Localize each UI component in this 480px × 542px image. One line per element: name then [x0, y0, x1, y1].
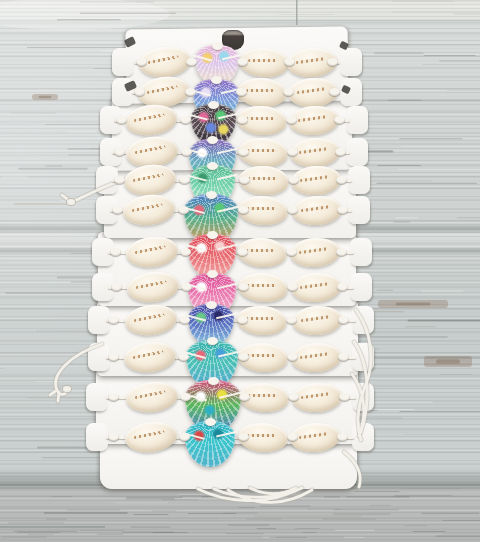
cord-knot: [108, 316, 119, 324]
cord-knot: [339, 393, 350, 401]
cord-knot: [134, 88, 145, 96]
scallop-tie-knot: [207, 270, 218, 278]
cowrie-aperture: [246, 88, 276, 91]
scallop-tie-knot: [205, 418, 216, 426]
scallop-tie-knot: [208, 377, 219, 385]
cord-strand: [187, 174, 207, 181]
cord-knot: [114, 148, 125, 156]
cord-knot: [284, 58, 295, 66]
cord-knot: [185, 88, 196, 96]
cord-knot: [181, 148, 192, 156]
scallop-tie-knot: [207, 231, 218, 239]
cord-knot: [287, 353, 298, 361]
cord-knot: [179, 316, 190, 324]
cord-knot: [111, 283, 122, 291]
cord-knot: [179, 433, 190, 441]
cord-knot: [329, 88, 340, 96]
cord-strand: [218, 112, 238, 118]
cord-knot: [288, 176, 299, 184]
cord-knot: [336, 248, 347, 256]
cord-knot: [237, 316, 248, 324]
cowrie-aperture: [247, 353, 277, 356]
cowrie-aperture: [134, 314, 165, 323]
cowrie-aperture: [295, 57, 325, 64]
cord-knot: [335, 148, 346, 156]
cord-knot: [287, 433, 298, 441]
cowrie-aperture: [298, 147, 328, 154]
cord-knot: [287, 283, 298, 291]
cord-strand: [216, 313, 236, 320]
cowrie-aperture: [298, 432, 328, 439]
scallop-tie-knot: [206, 191, 217, 199]
cord-knot: [112, 206, 123, 214]
card-tab: [352, 423, 374, 451]
scallop-tie-knot: [207, 337, 218, 345]
cord-knot: [338, 353, 349, 361]
cord-strand: [216, 431, 238, 438]
photo-scene: [0, 0, 480, 542]
cord-strand: [188, 113, 208, 120]
cord-knot: [287, 206, 298, 214]
cord-knot: [288, 393, 299, 401]
card-tab: [86, 383, 108, 411]
cowrie-aperture: [247, 206, 277, 209]
scallop-tie-knot: [208, 101, 219, 109]
cord-strand: [217, 244, 238, 251]
cowrie-aperture: [247, 433, 277, 436]
cord-knot: [237, 116, 248, 124]
cowrie-aperture: [246, 316, 276, 319]
cord-knot: [108, 353, 119, 361]
cord-knot: [238, 148, 249, 156]
cord-knot: [180, 393, 191, 401]
cord-strand: [217, 173, 237, 179]
scallop-tie-knot: [207, 162, 218, 170]
scallop-tie-knot: [211, 76, 222, 84]
cord-knot: [337, 433, 348, 441]
cowrie-aperture: [132, 204, 163, 213]
cord-knot: [239, 176, 250, 184]
cowrie-aperture: [134, 114, 165, 123]
cord-knot: [136, 58, 147, 66]
cord-knot: [108, 393, 119, 401]
cord-strand: [217, 283, 238, 290]
cord-knot: [237, 248, 248, 256]
cord-knot: [116, 116, 127, 124]
cowrie-aperture: [300, 392, 330, 399]
cord-knot: [236, 88, 247, 96]
cord-knot: [180, 248, 191, 256]
cord-knot: [238, 206, 249, 214]
cord-knot: [186, 58, 197, 66]
cowrie-aperture: [133, 351, 164, 360]
cord-knot: [114, 176, 125, 184]
cord-knot: [180, 116, 191, 124]
cowrie-aperture: [300, 205, 330, 212]
scallop-tie-knot: [206, 301, 217, 309]
cowrie-aperture: [148, 56, 179, 65]
cord-knot: [178, 353, 189, 361]
cowrie-aperture: [247, 283, 277, 286]
card-tab: [112, 48, 134, 76]
cowrie-aperture: [297, 115, 327, 122]
cowrie-aperture: [134, 431, 165, 440]
cord-knot: [283, 88, 294, 96]
cowrie-aperture: [296, 87, 326, 94]
cowrie-aperture: [135, 146, 166, 155]
cord-knot: [286, 316, 297, 324]
cord-knot: [238, 353, 249, 361]
cowrie-aperture: [133, 174, 164, 183]
cord-strand: [217, 148, 238, 155]
cowrie-aperture: [246, 248, 276, 251]
cord-knot: [178, 206, 189, 214]
cord-knot: [286, 116, 297, 124]
cord-knot: [287, 148, 298, 156]
cord-knot: [327, 58, 338, 66]
cord-knot: [337, 206, 348, 214]
cowrie-aperture: [247, 148, 277, 151]
cowrie-aperture: [246, 116, 276, 119]
cord-knot: [336, 176, 347, 184]
scallop-tie-knot: [207, 136, 218, 144]
cowrie-aperture: [299, 352, 329, 359]
cord-knot: [337, 283, 348, 291]
cowrie-aperture: [135, 246, 166, 255]
card-tab: [86, 423, 108, 451]
cowrie-aperture: [299, 282, 329, 289]
cord-knot: [338, 316, 349, 324]
cord-knot: [238, 433, 249, 441]
cowrie-aperture: [298, 247, 328, 254]
cowrie-aperture: [147, 86, 178, 95]
cowrie-aperture: [300, 315, 330, 322]
scallop-tie-knot: [212, 42, 223, 50]
cowrie-aperture: [136, 281, 167, 290]
cord-knot: [286, 248, 297, 256]
cord-knot: [179, 176, 190, 184]
cowrie-aperture: [248, 393, 278, 396]
cord-knot: [238, 283, 249, 291]
cowrie-aperture: [248, 58, 278, 61]
card-tab: [340, 48, 362, 76]
cord-knot: [110, 248, 121, 256]
cowrie-aperture: [299, 175, 329, 182]
cord-knot: [108, 433, 119, 441]
cord-knot: [334, 116, 345, 124]
cord-knot: [239, 393, 250, 401]
cowrie-aperture: [248, 176, 278, 179]
cord-knot: [237, 58, 248, 66]
cord-knot: [181, 283, 192, 291]
cowrie-aperture: [135, 391, 166, 400]
